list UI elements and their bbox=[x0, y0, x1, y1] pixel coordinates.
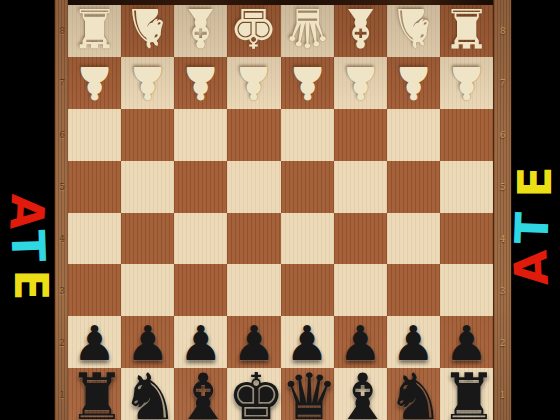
rank-label-1: 1 bbox=[55, 391, 69, 400]
square-r5c5[interactable] bbox=[334, 264, 387, 316]
square-r7c4[interactable]: ♛ bbox=[281, 368, 334, 420]
square-r3c6[interactable] bbox=[387, 161, 440, 213]
rank-label-2: 2 bbox=[494, 339, 511, 348]
white-bishop[interactable]: ♝ bbox=[174, 0, 227, 54]
square-r1c6[interactable]: ♟ bbox=[387, 57, 440, 109]
rank-label-6: 6 bbox=[494, 131, 511, 140]
black-knight[interactable]: ♞ bbox=[121, 365, 174, 420]
black-rook[interactable]: ♜ bbox=[440, 365, 493, 420]
square-r5c1[interactable] bbox=[121, 264, 174, 316]
board-frame-right-rail: 87654321 bbox=[493, 0, 512, 420]
rank-label-7: 7 bbox=[55, 79, 69, 88]
square-r0c3[interactable]: ♚ bbox=[227, 5, 280, 57]
black-knight[interactable]: ♞ bbox=[387, 365, 440, 420]
square-r4c5[interactable] bbox=[334, 213, 387, 265]
chess-scene: 87654321 87654321 ♜♞♝♚♛♝♞♜♟♟♟♟♟♟♟♟♟♟♟♟♟♟… bbox=[0, 0, 560, 420]
rank-label-2: 2 bbox=[55, 339, 69, 348]
white-pawn[interactable]: ♟ bbox=[174, 60, 227, 106]
rank-label-6: 6 bbox=[55, 131, 69, 140]
square-r5c0[interactable] bbox=[68, 264, 121, 316]
black-bishop[interactable]: ♝ bbox=[334, 365, 387, 420]
rank-label-7: 7 bbox=[494, 79, 511, 88]
square-r3c5[interactable] bbox=[334, 161, 387, 213]
square-r1c2[interactable]: ♟ bbox=[174, 57, 227, 109]
square-r4c2[interactable] bbox=[174, 213, 227, 265]
square-r7c1[interactable]: ♞ bbox=[121, 368, 174, 420]
square-r3c0[interactable] bbox=[68, 161, 121, 213]
square-r0c1[interactable]: ♞ bbox=[121, 5, 174, 57]
rank-label-4: 4 bbox=[55, 235, 69, 244]
square-r4c3[interactable] bbox=[227, 213, 280, 265]
white-pawn[interactable]: ♟ bbox=[387, 60, 440, 106]
square-r7c0[interactable]: ♜ bbox=[68, 368, 121, 420]
square-r7c3[interactable]: ♚ bbox=[227, 368, 280, 420]
square-r3c2[interactable] bbox=[174, 161, 227, 213]
square-r0c5[interactable]: ♝ bbox=[334, 5, 387, 57]
white-knight[interactable]: ♞ bbox=[387, 0, 440, 54]
rank-label-8: 8 bbox=[55, 27, 69, 36]
white-knight[interactable]: ♞ bbox=[121, 0, 174, 54]
white-pawn[interactable]: ♟ bbox=[440, 60, 493, 106]
square-r5c6[interactable] bbox=[387, 264, 440, 316]
annotation-letter-e-right: E bbox=[512, 166, 558, 197]
square-r0c4[interactable]: ♛ bbox=[281, 5, 334, 57]
square-r0c7[interactable]: ♜ bbox=[440, 5, 493, 57]
white-king[interactable]: ♚ bbox=[227, 0, 280, 54]
white-pawn[interactable]: ♟ bbox=[227, 60, 280, 106]
white-pawn[interactable]: ♟ bbox=[281, 60, 334, 106]
annotation-letter-a-left: A bbox=[3, 193, 51, 231]
square-r2c4[interactable] bbox=[281, 109, 334, 161]
square-r5c2[interactable] bbox=[174, 264, 227, 316]
chessboard: ♜♞♝♚♛♝♞♜♟♟♟♟♟♟♟♟♟♟♟♟♟♟♟♟♜♞♝♚♛♝♞♜ bbox=[68, 5, 493, 420]
rank-label-3: 3 bbox=[494, 287, 511, 296]
white-rook[interactable]: ♜ bbox=[68, 0, 121, 54]
square-r3c3[interactable] bbox=[227, 161, 280, 213]
square-r1c5[interactable]: ♟ bbox=[334, 57, 387, 109]
rank-label-8: 8 bbox=[494, 27, 511, 36]
annotation-letter-e-left: E bbox=[8, 269, 54, 300]
square-r5c4[interactable] bbox=[281, 264, 334, 316]
square-r4c1[interactable] bbox=[121, 213, 174, 265]
rank-label-3: 3 bbox=[55, 287, 69, 296]
square-r1c4[interactable]: ♟ bbox=[281, 57, 334, 109]
square-r0c2[interactable]: ♝ bbox=[174, 5, 227, 57]
square-r7c7[interactable]: ♜ bbox=[440, 368, 493, 420]
white-pawn[interactable]: ♟ bbox=[121, 60, 174, 106]
square-r4c6[interactable] bbox=[387, 213, 440, 265]
white-queen[interactable]: ♛ bbox=[281, 0, 334, 54]
square-r2c7[interactable] bbox=[440, 109, 493, 161]
white-rook[interactable]: ♜ bbox=[440, 0, 493, 54]
annotation-letter-t-right: T bbox=[508, 212, 555, 245]
square-r4c7[interactable] bbox=[440, 213, 493, 265]
rank-label-4: 4 bbox=[494, 235, 511, 244]
white-pawn[interactable]: ♟ bbox=[68, 60, 121, 106]
square-r1c1[interactable]: ♟ bbox=[121, 57, 174, 109]
square-r1c3[interactable]: ♟ bbox=[227, 57, 280, 109]
rank-label-5: 5 bbox=[55, 183, 69, 192]
square-r1c7[interactable]: ♟ bbox=[440, 57, 493, 109]
square-r2c1[interactable] bbox=[121, 109, 174, 161]
black-bishop[interactable]: ♝ bbox=[174, 365, 227, 420]
square-r3c7[interactable] bbox=[440, 161, 493, 213]
square-r7c5[interactable]: ♝ bbox=[334, 368, 387, 420]
square-r3c4[interactable] bbox=[281, 161, 334, 213]
square-r5c3[interactable] bbox=[227, 264, 280, 316]
square-r4c0[interactable] bbox=[68, 213, 121, 265]
square-r2c0[interactable] bbox=[68, 109, 121, 161]
square-r3c1[interactable] bbox=[121, 161, 174, 213]
square-r2c6[interactable] bbox=[387, 109, 440, 161]
square-r2c3[interactable] bbox=[227, 109, 280, 161]
annotation-letter-t-left: T bbox=[4, 230, 51, 263]
square-r2c2[interactable] bbox=[174, 109, 227, 161]
black-rook[interactable]: ♜ bbox=[68, 365, 121, 420]
square-r7c2[interactable]: ♝ bbox=[174, 368, 227, 420]
square-r4c4[interactable] bbox=[281, 213, 334, 265]
square-r0c6[interactable]: ♞ bbox=[387, 5, 440, 57]
square-r0c0[interactable]: ♜ bbox=[68, 5, 121, 57]
square-r2c5[interactable] bbox=[334, 109, 387, 161]
white-pawn[interactable]: ♟ bbox=[334, 60, 387, 106]
rank-label-5: 5 bbox=[494, 183, 511, 192]
black-king[interactable]: ♚ bbox=[227, 365, 280, 420]
white-bishop[interactable]: ♝ bbox=[334, 0, 387, 54]
square-r7c6[interactable]: ♞ bbox=[387, 368, 440, 420]
black-queen[interactable]: ♛ bbox=[281, 365, 334, 420]
square-r1c0[interactable]: ♟ bbox=[68, 57, 121, 109]
square-r5c7[interactable] bbox=[440, 264, 493, 316]
annotation-letter-a-right: A bbox=[507, 249, 555, 287]
